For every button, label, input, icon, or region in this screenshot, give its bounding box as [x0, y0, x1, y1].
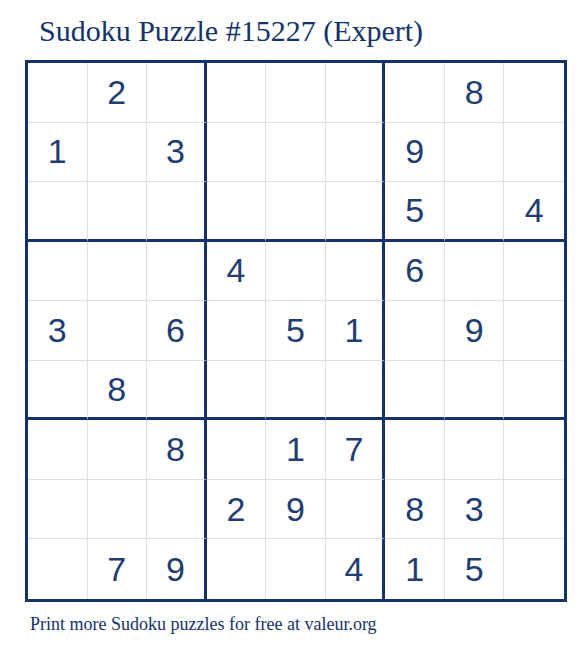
sudoku-cell-empty[interactable] [88, 242, 148, 302]
sudoku-cell-given[interactable]: 8 [385, 480, 445, 540]
sudoku-cell-given[interactable]: 5 [445, 539, 505, 599]
sudoku-cell-empty[interactable] [28, 539, 88, 599]
page-title: Sudoku Puzzle #15227 (Expert) [39, 14, 423, 49]
sudoku-cell-empty[interactable] [266, 123, 326, 183]
sudoku-grid: 281395446365198817298379415 [25, 60, 567, 602]
sudoku-cell-empty[interactable] [88, 420, 148, 480]
sudoku-cell-empty[interactable] [326, 182, 386, 242]
sudoku-cell-empty[interactable] [207, 123, 267, 183]
sudoku-cell-empty[interactable] [266, 539, 326, 599]
sudoku-cell-given[interactable]: 1 [266, 420, 326, 480]
sudoku-cell-empty[interactable] [88, 182, 148, 242]
sudoku-cell-given[interactable]: 9 [147, 539, 207, 599]
sudoku-cell-empty[interactable] [326, 123, 386, 183]
sudoku-cell-empty[interactable] [147, 242, 207, 302]
sudoku-cell-empty[interactable] [326, 480, 386, 540]
sudoku-page: Sudoku Puzzle #15227 (Expert) 2813954463… [0, 0, 580, 651]
sudoku-cell-empty[interactable] [504, 123, 564, 183]
sudoku-cell-empty[interactable] [147, 63, 207, 123]
sudoku-cell-empty[interactable] [504, 301, 564, 361]
sudoku-cell-given[interactable]: 2 [88, 63, 148, 123]
sudoku-cell-empty[interactable] [326, 361, 386, 421]
sudoku-cell-given[interactable]: 9 [385, 123, 445, 183]
sudoku-cell-given[interactable]: 6 [147, 301, 207, 361]
sudoku-cell-given[interactable]: 3 [445, 480, 505, 540]
sudoku-cell-empty[interactable] [88, 123, 148, 183]
sudoku-cell-empty[interactable] [207, 361, 267, 421]
sudoku-cell-empty[interactable] [147, 480, 207, 540]
sudoku-cell-given[interactable]: 8 [147, 420, 207, 480]
sudoku-cell-given[interactable]: 6 [385, 242, 445, 302]
sudoku-cell-empty[interactable] [147, 361, 207, 421]
sudoku-cell-given[interactable]: 4 [504, 182, 564, 242]
sudoku-cell-empty[interactable] [28, 242, 88, 302]
sudoku-cell-empty[interactable] [28, 361, 88, 421]
sudoku-cell-given[interactable]: 1 [326, 301, 386, 361]
sudoku-cell-empty[interactable] [504, 63, 564, 123]
sudoku-cell-empty[interactable] [326, 242, 386, 302]
sudoku-cell-empty[interactable] [147, 182, 207, 242]
sudoku-cell-empty[interactable] [207, 63, 267, 123]
sudoku-cell-given[interactable]: 9 [266, 480, 326, 540]
sudoku-cell-empty[interactable] [504, 420, 564, 480]
sudoku-cell-empty[interactable] [88, 480, 148, 540]
sudoku-cell-empty[interactable] [207, 420, 267, 480]
sudoku-cell-empty[interactable] [445, 242, 505, 302]
sudoku-cell-empty[interactable] [28, 63, 88, 123]
sudoku-cell-empty[interactable] [28, 480, 88, 540]
sudoku-cell-given[interactable]: 8 [88, 361, 148, 421]
sudoku-cell-empty[interactable] [28, 420, 88, 480]
sudoku-cell-empty[interactable] [445, 123, 505, 183]
sudoku-cell-empty[interactable] [266, 361, 326, 421]
footer-text: Print more Sudoku puzzles for free at va… [30, 614, 377, 635]
sudoku-cell-empty[interactable] [445, 361, 505, 421]
sudoku-cell-given[interactable]: 3 [28, 301, 88, 361]
sudoku-cell-empty[interactable] [385, 301, 445, 361]
sudoku-cell-given[interactable]: 8 [445, 63, 505, 123]
sudoku-cell-given[interactable]: 5 [385, 182, 445, 242]
sudoku-cell-empty[interactable] [88, 301, 148, 361]
sudoku-cell-empty[interactable] [445, 420, 505, 480]
sudoku-cell-empty[interactable] [266, 63, 326, 123]
sudoku-cell-empty[interactable] [385, 63, 445, 123]
sudoku-cell-empty[interactable] [385, 361, 445, 421]
sudoku-cell-empty[interactable] [504, 242, 564, 302]
sudoku-cell-empty[interactable] [28, 182, 88, 242]
sudoku-cell-empty[interactable] [207, 301, 267, 361]
sudoku-cell-empty[interactable] [504, 539, 564, 599]
sudoku-cell-empty[interactable] [504, 480, 564, 540]
sudoku-cell-empty[interactable] [266, 242, 326, 302]
sudoku-cell-empty[interactable] [504, 361, 564, 421]
sudoku-cell-given[interactable]: 9 [445, 301, 505, 361]
sudoku-cell-given[interactable]: 4 [326, 539, 386, 599]
sudoku-cell-given[interactable]: 1 [385, 539, 445, 599]
sudoku-cell-given[interactable]: 3 [147, 123, 207, 183]
sudoku-cell-empty[interactable] [207, 182, 267, 242]
sudoku-cell-empty[interactable] [326, 63, 386, 123]
sudoku-cell-empty[interactable] [445, 182, 505, 242]
sudoku-cell-given[interactable]: 1 [28, 123, 88, 183]
sudoku-cell-given[interactable]: 5 [266, 301, 326, 361]
sudoku-cell-empty[interactable] [385, 420, 445, 480]
sudoku-cell-given[interactable]: 2 [207, 480, 267, 540]
sudoku-cell-empty[interactable] [266, 182, 326, 242]
sudoku-cell-given[interactable]: 4 [207, 242, 267, 302]
sudoku-cell-given[interactable]: 7 [326, 420, 386, 480]
sudoku-cell-given[interactable]: 7 [88, 539, 148, 599]
sudoku-cell-empty[interactable] [207, 539, 267, 599]
